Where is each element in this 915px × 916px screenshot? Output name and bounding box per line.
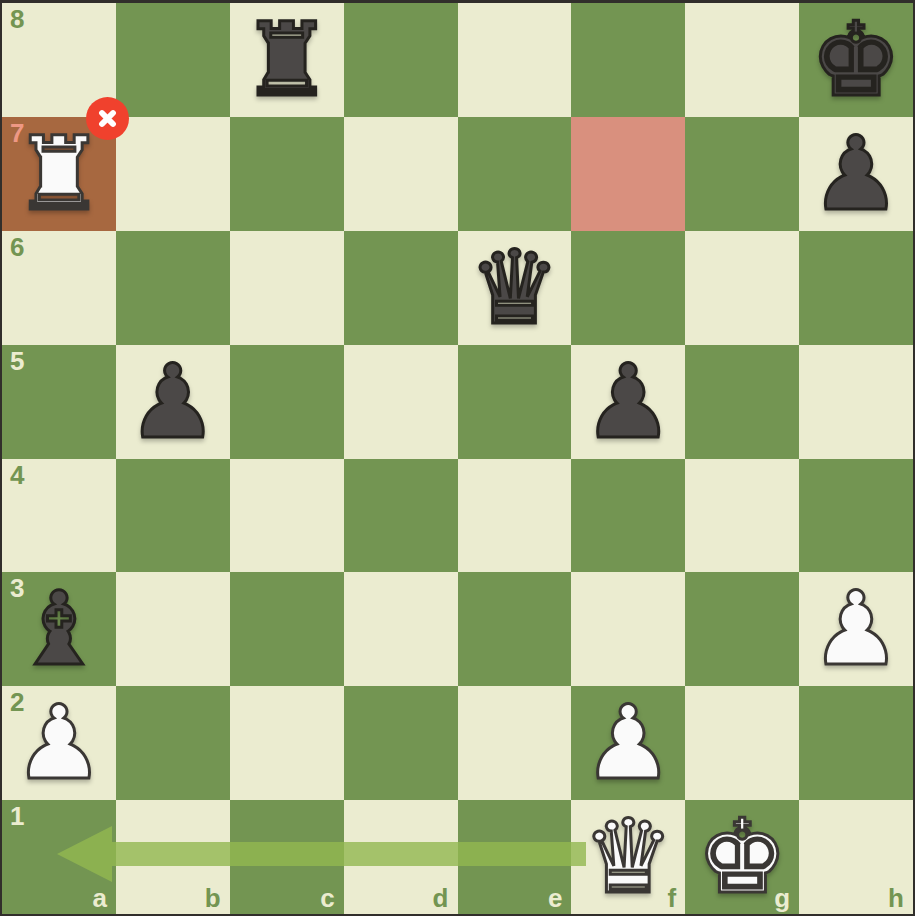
square-e7[interactable] xyxy=(458,117,572,231)
square-h6[interactable] xyxy=(799,231,913,345)
square-d2[interactable] xyxy=(344,686,458,800)
square-e5[interactable] xyxy=(458,345,572,459)
square-f7[interactable] xyxy=(571,117,685,231)
square-a1[interactable]: 1a xyxy=(2,800,116,914)
square-g6[interactable] xyxy=(685,231,799,345)
piece-white-pawn-h3[interactable]: ♟ xyxy=(799,572,913,686)
square-a3[interactable]: 3♝ xyxy=(2,572,116,686)
rank-label-5: 5 xyxy=(10,348,24,374)
square-c3[interactable] xyxy=(230,572,344,686)
square-d8[interactable] xyxy=(344,3,458,117)
square-c7[interactable] xyxy=(230,117,344,231)
square-b3[interactable] xyxy=(116,572,230,686)
square-d1[interactable]: d xyxy=(344,800,458,914)
piece-white-king-g1[interactable]: ♚ xyxy=(685,800,799,914)
square-d6[interactable] xyxy=(344,231,458,345)
file-label-d: d xyxy=(433,885,449,911)
square-g3[interactable] xyxy=(685,572,799,686)
square-a6[interactable]: 6 xyxy=(2,231,116,345)
file-label-e: e xyxy=(548,885,562,911)
rank-label-4: 4 xyxy=(10,462,24,488)
square-e6[interactable]: ♛ xyxy=(458,231,572,345)
square-a2[interactable]: 2♟ xyxy=(2,686,116,800)
piece-white-pawn-a2[interactable]: ♟ xyxy=(2,686,116,800)
square-g2[interactable] xyxy=(685,686,799,800)
square-c8[interactable]: ♜ xyxy=(230,3,344,117)
square-f2[interactable]: ♟ xyxy=(571,686,685,800)
square-b6[interactable] xyxy=(116,231,230,345)
file-label-h: h xyxy=(888,885,904,911)
piece-black-pawn-f5[interactable]: ♟ xyxy=(571,345,685,459)
square-b5[interactable]: ♟ xyxy=(116,345,230,459)
square-c5[interactable] xyxy=(230,345,344,459)
file-label-a: a xyxy=(92,885,106,911)
file-label-b: b xyxy=(205,885,221,911)
square-c2[interactable] xyxy=(230,686,344,800)
square-c6[interactable] xyxy=(230,231,344,345)
square-g1[interactable]: g♚ xyxy=(685,800,799,914)
square-d4[interactable] xyxy=(344,459,458,573)
piece-black-rook-c8[interactable]: ♜ xyxy=(230,3,344,117)
piece-black-queen-e6[interactable]: ♛ xyxy=(458,231,572,345)
square-h4[interactable] xyxy=(799,459,913,573)
file-label-c: c xyxy=(320,885,334,911)
square-f5[interactable]: ♟ xyxy=(571,345,685,459)
piece-black-pawn-b5[interactable]: ♟ xyxy=(116,345,230,459)
piece-black-pawn-h7[interactable]: ♟ xyxy=(799,117,913,231)
square-g4[interactable] xyxy=(685,459,799,573)
square-e8[interactable] xyxy=(458,3,572,117)
piece-black-king-h8[interactable]: ♚ xyxy=(799,3,913,117)
incorrect-move-badge xyxy=(86,97,129,140)
chess-board: 8♜♚7♜♟6♛5♟♟43♝♟2♟♟1abcdef♛g♚h xyxy=(2,3,913,914)
square-h2[interactable] xyxy=(799,686,913,800)
rank-label-1: 1 xyxy=(10,803,24,829)
square-h5[interactable] xyxy=(799,345,913,459)
square-b1[interactable]: b xyxy=(116,800,230,914)
piece-white-pawn-f2[interactable]: ♟ xyxy=(571,686,685,800)
rank-label-6: 6 xyxy=(10,234,24,260)
square-e3[interactable] xyxy=(458,572,572,686)
square-h1[interactable]: h xyxy=(799,800,913,914)
square-d3[interactable] xyxy=(344,572,458,686)
square-b8[interactable] xyxy=(116,3,230,117)
square-h7[interactable]: ♟ xyxy=(799,117,913,231)
square-b2[interactable] xyxy=(116,686,230,800)
piece-white-queen-f1[interactable]: ♛ xyxy=(571,800,685,914)
piece-black-bishop-a3[interactable]: ♝ xyxy=(2,572,116,686)
square-d7[interactable] xyxy=(344,117,458,231)
square-b7[interactable] xyxy=(116,117,230,231)
square-e2[interactable] xyxy=(458,686,572,800)
square-a4[interactable]: 4 xyxy=(2,459,116,573)
square-f4[interactable] xyxy=(571,459,685,573)
square-e1[interactable]: e xyxy=(458,800,572,914)
square-b4[interactable] xyxy=(116,459,230,573)
square-a5[interactable]: 5 xyxy=(2,345,116,459)
square-f8[interactable] xyxy=(571,3,685,117)
square-g7[interactable] xyxy=(685,117,799,231)
square-h3[interactable]: ♟ xyxy=(799,572,913,686)
square-c4[interactable] xyxy=(230,459,344,573)
square-c1[interactable]: c xyxy=(230,800,344,914)
square-f3[interactable] xyxy=(571,572,685,686)
square-h8[interactable]: ♚ xyxy=(799,3,913,117)
x-icon xyxy=(94,105,121,132)
square-f6[interactable] xyxy=(571,231,685,345)
square-g8[interactable] xyxy=(685,3,799,117)
square-d5[interactable] xyxy=(344,345,458,459)
rank-label-8: 8 xyxy=(10,6,24,32)
square-e4[interactable] xyxy=(458,459,572,573)
square-f1[interactable]: f♛ xyxy=(571,800,685,914)
square-g5[interactable] xyxy=(685,345,799,459)
